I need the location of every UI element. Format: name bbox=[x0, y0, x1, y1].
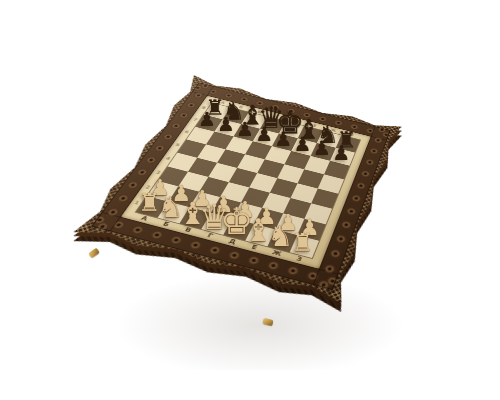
product-photo-stage: ААББВВГГДДЕЕЖЖЗЗ12345678 ♜♞♝♛♚♝♞♜♟♟♟♟♟♟♟… bbox=[0, 0, 500, 400]
